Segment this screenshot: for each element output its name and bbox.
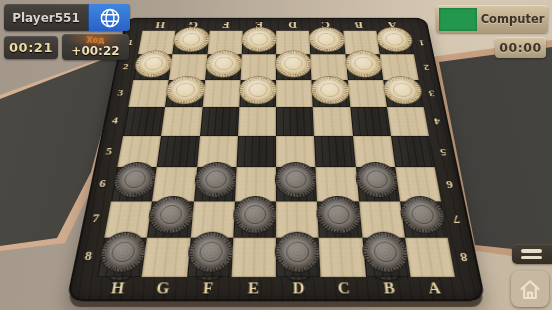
- square-h3[interactable]: [128, 80, 169, 107]
- square-d4[interactable]: [276, 107, 314, 136]
- piece-light[interactable]: ⛀: [311, 76, 351, 104]
- piece-dark[interactable]: ⛂: [360, 232, 411, 273]
- menu-bar: [521, 256, 542, 260]
- square-f8[interactable]: ⛂: [187, 237, 234, 277]
- piece-dark[interactable]: ⛂: [316, 196, 363, 234]
- square-e4[interactable]: [238, 107, 276, 136]
- square-a8[interactable]: [405, 237, 455, 277]
- piece-light[interactable]: ⛀: [308, 27, 345, 52]
- player-badge: Player551: [4, 4, 130, 31]
- piece-light[interactable]: ⛀: [344, 51, 384, 77]
- file-label-f: F: [184, 277, 231, 301]
- piece-dark[interactable]: ⛂: [275, 232, 322, 273]
- square-a3[interactable]: ⛀: [383, 80, 424, 107]
- menu-button[interactable]: [512, 244, 552, 264]
- piece-light[interactable]: ⛀: [241, 27, 277, 52]
- frame-corner: [455, 277, 486, 301]
- square-g4[interactable]: [161, 107, 202, 136]
- square-d8[interactable]: ⛂: [276, 237, 321, 277]
- square-b3[interactable]: [347, 80, 386, 107]
- piece-dark[interactable]: ⛂: [275, 162, 318, 197]
- player-name: Player551: [4, 4, 88, 31]
- square-b6[interactable]: ⛂: [355, 167, 399, 201]
- piece-light[interactable]: ⛀: [133, 51, 174, 77]
- square-d6[interactable]: ⛂: [276, 167, 317, 201]
- file-label-h: H: [142, 18, 177, 31]
- board-grid: HGFEDCBA1⛀⛀⛀⛀12⛀⛀⛀⛀23⛀⛀⛀⛀344556⛂⛂⛂⛂67⛂⛂⛂…: [66, 18, 486, 302]
- square-a1[interactable]: ⛀: [376, 31, 414, 55]
- file-label-g: G: [138, 277, 186, 301]
- square-a7[interactable]: ⛂: [400, 201, 448, 237]
- file-label-c: C: [321, 277, 368, 301]
- square-e5[interactable]: [236, 136, 276, 167]
- file-label-b: B: [342, 18, 377, 31]
- square-h2[interactable]: ⛀: [133, 54, 172, 79]
- square-c7[interactable]: ⛂: [317, 201, 362, 237]
- square-c5[interactable]: [314, 136, 355, 167]
- piece-dark[interactable]: ⛂: [186, 232, 235, 273]
- square-h8[interactable]: ⛂: [97, 237, 147, 277]
- square-d2[interactable]: ⛀: [276, 54, 312, 79]
- square-b4[interactable]: [350, 107, 391, 136]
- square-f4[interactable]: [200, 107, 240, 136]
- square-h6[interactable]: ⛂: [111, 167, 157, 201]
- player-clock: 00:21: [4, 36, 58, 59]
- square-c1[interactable]: ⛀: [309, 31, 345, 55]
- piece-dark[interactable]: ⛂: [354, 162, 400, 197]
- move-timer: +00:22: [71, 45, 119, 58]
- globe-icon: [98, 6, 122, 30]
- square-b8[interactable]: ⛂: [362, 237, 410, 277]
- square-d3[interactable]: [276, 80, 313, 107]
- file-label-f: F: [209, 18, 243, 31]
- square-c3[interactable]: ⛀: [312, 80, 350, 107]
- home-icon: [518, 278, 542, 301]
- piece-light[interactable]: ⛀: [375, 27, 415, 52]
- piece-dark[interactable]: ⛂: [147, 196, 195, 234]
- home-button[interactable]: [511, 271, 549, 307]
- piece-light[interactable]: ⛀: [382, 76, 425, 104]
- piece-light[interactable]: ⛀: [238, 76, 277, 104]
- piece-dark[interactable]: ⛂: [232, 196, 277, 234]
- square-b2[interactable]: ⛀: [345, 54, 383, 79]
- square-g5[interactable]: [157, 136, 200, 167]
- square-g1[interactable]: ⛀: [172, 31, 209, 55]
- piece-dark[interactable]: ⛂: [111, 162, 159, 197]
- piece-dark[interactable]: ⛂: [97, 232, 149, 273]
- square-c8[interactable]: [319, 237, 366, 277]
- square-f6[interactable]: ⛂: [194, 167, 237, 201]
- square-g7[interactable]: ⛂: [147, 201, 193, 237]
- piece-light[interactable]: ⛀: [275, 51, 312, 77]
- square-g8[interactable]: [142, 237, 190, 277]
- file-label-a: A: [410, 277, 459, 301]
- square-a4[interactable]: [387, 107, 429, 136]
- square-f3[interactable]: [202, 80, 240, 107]
- square-g3[interactable]: ⛀: [165, 80, 204, 107]
- piece-dark[interactable]: ⛂: [193, 162, 238, 197]
- computer-clock: 00:00: [495, 37, 546, 58]
- square-h4[interactable]: [123, 107, 165, 136]
- square-f2[interactable]: ⛀: [205, 54, 242, 79]
- square-a5[interactable]: [391, 136, 435, 167]
- computer-name: Computer: [477, 12, 548, 26]
- computer-badge: Computer: [436, 5, 548, 33]
- piece-light[interactable]: ⛀: [172, 27, 210, 52]
- game-scene: HGFEDCBA1⛀⛀⛀⛀12⛀⛀⛀⛀23⛀⛀⛀⛀344556⛂⛂⛂⛂67⛂⛂⛂…: [0, 0, 552, 310]
- menu-bar: [521, 249, 542, 253]
- computer-flag: [439, 8, 477, 31]
- piece-light[interactable]: ⛀: [204, 51, 243, 77]
- square-e3[interactable]: ⛀: [239, 80, 276, 107]
- file-label-e: E: [230, 277, 276, 301]
- square-e8[interactable]: [231, 237, 276, 277]
- piece-light[interactable]: ⛀: [165, 76, 206, 104]
- move-timer-badge: Ход +00:22: [62, 34, 129, 60]
- piece-dark[interactable]: ⛂: [398, 196, 448, 234]
- file-label-d: D: [276, 18, 309, 31]
- square-e7[interactable]: ⛂: [233, 201, 276, 237]
- file-label-h: H: [93, 277, 142, 301]
- globe-button[interactable]: [88, 4, 130, 31]
- file-label-b: B: [365, 277, 413, 301]
- square-c4[interactable]: [313, 107, 353, 136]
- frame-corner: [407, 18, 429, 31]
- file-label-d: D: [276, 277, 322, 301]
- square-e1[interactable]: ⛀: [241, 31, 276, 55]
